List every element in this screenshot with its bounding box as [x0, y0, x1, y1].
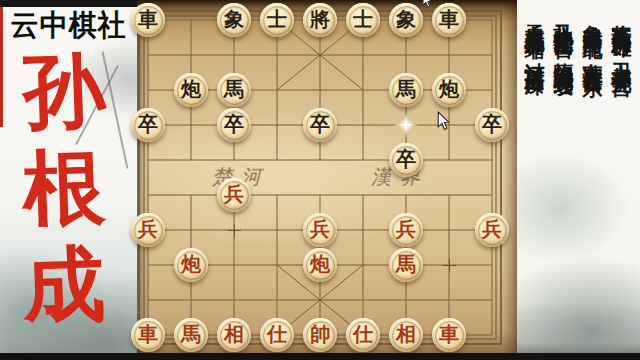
chess-poem: 将军元帅两称雄，卫士相丞护九宫象越方田跨南北，车冲直道任西东马驰捷径迂围合，炮隔…: [517, 0, 640, 360]
piece-black-cannon[interactable]: 炮: [432, 73, 466, 107]
poem-column: 勇卒精兵无畏缩，过河前进可横冲: [520, 9, 549, 360]
piece-glyph: 兵: [310, 219, 330, 239]
board-grid: [137, 0, 517, 360]
bottom-black-bar: [0, 353, 640, 360]
piece-black-soldier[interactable]: 卒: [217, 108, 251, 142]
left-calligraphy-panel: 云中棋社 孙根成: [0, 0, 137, 360]
piece-black-cannon[interactable]: 炮: [174, 73, 208, 107]
piece-black-soldier[interactable]: 卒: [131, 108, 165, 142]
author-name-char: 根: [12, 137, 115, 237]
piece-glyph: 炮: [181, 254, 201, 274]
poem-column: 将军元帅两称雄，卫士相丞护九宫: [607, 9, 636, 360]
point-marker-cross: [228, 224, 241, 237]
piece-red-horse[interactable]: 馬: [389, 248, 423, 282]
piece-glyph: 車: [439, 324, 459, 344]
red-edge-stripe: [0, 7, 3, 127]
author-name-calligraphy: 孙根成: [14, 42, 114, 333]
piece-red-advisor[interactable]: 仕: [260, 318, 294, 352]
piece-red-elephant[interactable]: 相: [389, 318, 423, 352]
piece-glyph: 相: [224, 324, 244, 344]
piece-glyph: 兵: [482, 219, 502, 239]
piece-black-chariot[interactable]: 車: [432, 3, 466, 37]
piece-glyph: 卒: [396, 149, 416, 169]
piece-red-soldier[interactable]: 兵: [303, 213, 337, 247]
piece-glyph: 象: [224, 9, 244, 29]
piece-red-general[interactable]: 帥: [303, 318, 337, 352]
piece-black-elephant[interactable]: 象: [389, 3, 423, 37]
piece-black-advisor[interactable]: 士: [346, 3, 380, 37]
piece-black-elephant[interactable]: 象: [217, 3, 251, 37]
piece-glyph: 帥: [310, 324, 330, 344]
piece-black-horse[interactable]: 馬: [217, 73, 251, 107]
piece-glyph: 馬: [396, 254, 416, 274]
piece-glyph: 車: [138, 324, 158, 344]
poem-column: 马驰捷径迂围合，炮隔重城利远攻: [549, 9, 578, 360]
piece-glyph: 馬: [396, 79, 416, 99]
piece-glyph: 相: [396, 324, 416, 344]
piece-glyph: 炮: [181, 79, 201, 99]
piece-black-advisor[interactable]: 士: [260, 3, 294, 37]
piece-glyph: 馬: [224, 79, 244, 99]
piece-glyph: 仕: [267, 324, 287, 344]
piece-red-soldier[interactable]: 兵: [389, 213, 423, 247]
piece-red-soldier[interactable]: 兵: [475, 213, 509, 247]
piece-glyph: 士: [267, 9, 287, 29]
top-black-strip: [0, 0, 137, 7]
piece-glyph: 車: [439, 9, 459, 29]
last-move-sparkle-effect: [393, 112, 419, 138]
piece-black-soldier[interactable]: 卒: [303, 108, 337, 142]
piece-black-chariot[interactable]: 車: [131, 3, 165, 37]
piece-red-soldier[interactable]: 兵: [217, 178, 251, 212]
right-poem-panel: 将军元帅两称雄，卫士相丞护九宫象越方田跨南北，车冲直道任西东马驰捷径迂围合，炮隔…: [517, 0, 640, 360]
piece-glyph: 卒: [310, 114, 330, 134]
club-name-title: 云中棋社: [2, 7, 135, 45]
xiangqi-app-screen: 云中棋社 孙根成 楚河 漢界 車象士將士象車炮馬馬炮卒卒卒卒卒兵兵兵兵兵炮炮馬車…: [0, 0, 640, 360]
piece-glyph: 炮: [310, 254, 330, 274]
piece-glyph: 兵: [224, 184, 244, 204]
piece-red-advisor[interactable]: 仕: [346, 318, 380, 352]
piece-glyph: 兵: [138, 219, 158, 239]
piece-glyph: 卒: [224, 114, 244, 134]
piece-red-soldier[interactable]: 兵: [131, 213, 165, 247]
piece-glyph: 馬: [181, 324, 201, 344]
piece-glyph: 象: [396, 9, 416, 29]
piece-black-soldier[interactable]: 卒: [389, 143, 423, 177]
piece-red-chariot[interactable]: 車: [432, 318, 466, 352]
piece-glyph: 炮: [439, 79, 459, 99]
piece-glyph: 車: [138, 9, 158, 29]
xiangqi-board[interactable]: 楚河 漢界 車象士將士象車炮馬馬炮卒卒卒卒卒兵兵兵兵兵炮炮馬車馬相仕帥仕相車: [137, 0, 517, 360]
piece-red-elephant[interactable]: 相: [217, 318, 251, 352]
piece-glyph: 將: [310, 9, 330, 29]
author-name-char: 成: [12, 234, 115, 334]
piece-black-general[interactable]: 將: [303, 3, 337, 37]
author-name-char: 孙: [12, 40, 115, 140]
piece-black-soldier[interactable]: 卒: [475, 108, 509, 142]
piece-glyph: 卒: [482, 114, 502, 134]
point-marker-cross: [443, 259, 456, 272]
mouse-cursor-ghost-icon: [422, 0, 432, 8]
piece-red-cannon[interactable]: 炮: [174, 248, 208, 282]
piece-glyph: 仕: [353, 324, 373, 344]
piece-glyph: 兵: [396, 219, 416, 239]
piece-glyph: 卒: [138, 114, 158, 134]
piece-red-chariot[interactable]: 車: [131, 318, 165, 352]
piece-red-horse[interactable]: 馬: [174, 318, 208, 352]
poem-column: 象越方田跨南北，车冲直道任西东: [578, 9, 607, 360]
piece-glyph: 士: [353, 9, 373, 29]
mouse-cursor-icon: [437, 111, 450, 131]
piece-black-horse[interactable]: 馬: [389, 73, 423, 107]
piece-red-cannon[interactable]: 炮: [303, 248, 337, 282]
